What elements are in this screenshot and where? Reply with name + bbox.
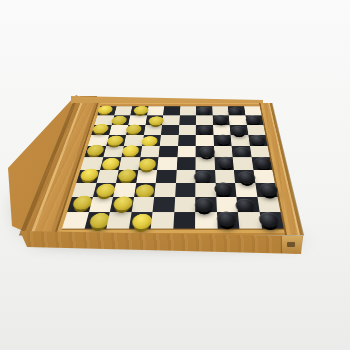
square-r9c4-light [151, 212, 174, 228]
square-r7c9-dark [255, 183, 278, 197]
black-piece-r8c8 [235, 199, 256, 213]
square-r0c2-dark [130, 106, 148, 115]
square-r3c3-dark [142, 135, 161, 146]
square-r9c2-light [106, 212, 131, 228]
black-piece-r3c7 [215, 135, 232, 145]
square-r4c3-light [140, 146, 160, 158]
square-r2c5-light [178, 125, 195, 135]
square-r1c8-light [229, 115, 247, 125]
square-r8c9-light [257, 197, 281, 212]
square-r8c3-light [131, 197, 154, 212]
square-r7c4-light [154, 183, 175, 197]
square-r4c8-dark [232, 146, 252, 158]
yellow-piece-r7c3 [135, 184, 155, 197]
yellow-piece-r6c2 [117, 169, 137, 181]
checkers-board [62, 106, 284, 228]
yellow-piece-r3c3 [141, 136, 158, 146]
square-r6c6-dark [195, 170, 215, 183]
square-r8c5-light [174, 197, 195, 212]
square-r2c7-light [213, 125, 231, 135]
yellow-piece-r2c2 [125, 125, 142, 135]
square-r8c2-dark [110, 197, 134, 212]
square-r0c8-dark [228, 106, 245, 115]
square-r6c2-dark [116, 170, 138, 183]
yellow-piece-r4c0 [86, 145, 105, 156]
square-r4c6-dark [196, 146, 215, 158]
square-r7c2-light [113, 183, 136, 197]
square-r2c3-light [143, 125, 162, 135]
square-r9c3-dark [129, 212, 153, 228]
square-r1c6-light [196, 115, 213, 125]
square-r1c4-light [162, 115, 179, 125]
black-piece-r5c9 [253, 158, 272, 170]
black-piece-r6c6 [194, 170, 212, 182]
square-r4c7-light [214, 146, 233, 158]
square-r2c2-dark [126, 125, 145, 135]
square-r7c6-light [195, 183, 216, 197]
yellow-piece-r5c3 [138, 159, 157, 171]
yellow-piece-r3c1 [106, 136, 124, 146]
square-r6c8-dark [234, 170, 255, 183]
square-r5c6-light [195, 158, 214, 170]
square-r3c7-dark [213, 135, 231, 146]
square-r4c2-dark [121, 146, 141, 158]
square-r7c3-dark [134, 183, 156, 197]
square-r2c8-dark [230, 125, 248, 135]
square-r5c7-dark [214, 158, 234, 170]
square-r2c9-light [247, 125, 266, 135]
black-piece-r2c8 [231, 126, 248, 136]
black-piece-r8c6 [195, 198, 214, 212]
square-r8c6-dark [195, 197, 216, 212]
square-r9c6-light [195, 212, 217, 228]
square-r5c5-dark [176, 158, 195, 170]
yellow-piece-r4c2 [121, 145, 139, 156]
square-r0c6-dark [196, 106, 212, 115]
square-r8c4-dark [152, 197, 174, 212]
square-r9c5-dark [173, 212, 195, 228]
square-r1c3-dark [145, 115, 163, 125]
square-r4c4-dark [158, 146, 177, 158]
square-r3c8-light [231, 135, 250, 146]
yellow-piece-r5c1 [101, 158, 121, 170]
square-r4c9-light [250, 146, 270, 158]
square-r9c7-dark [217, 212, 240, 228]
black-piece-r0c6 [197, 107, 212, 116]
black-piece-r1c9 [245, 115, 261, 124]
yellow-piece-r9c3 [131, 214, 153, 229]
square-r6c3-light [136, 170, 157, 183]
board-perspective-wrap [20, 0, 303, 235]
black-piece-r1c7 [213, 115, 229, 124]
square-r5c3-dark [138, 158, 159, 170]
black-piece-r4c6 [199, 147, 216, 158]
square-r2c4-dark [161, 125, 179, 135]
square-r1c2-light [128, 115, 146, 125]
square-r9c9-dark [259, 212, 284, 228]
yellow-piece-r0c0 [97, 106, 114, 114]
black-piece-r9c7 [216, 211, 237, 226]
square-r3c5-dark [178, 135, 196, 146]
square-r8c7-light [216, 197, 238, 212]
yellow-piece-r2c0 [92, 124, 110, 133]
square-r7c7-dark [215, 183, 236, 197]
square-r7c8-light [235, 183, 257, 197]
product-photo[interactable] [0, 0, 350, 350]
square-r6c5-light [176, 170, 196, 183]
square-r5c2-light [119, 158, 140, 170]
square-r6c4-dark [156, 170, 177, 183]
square-r3c9-dark [248, 135, 268, 146]
black-piece-r2c6 [198, 126, 214, 136]
board-box-top [20, 103, 303, 235]
square-r8c8-dark [236, 197, 259, 212]
square-r1c9-dark [245, 115, 263, 125]
square-r3c4-light [160, 135, 179, 146]
black-piece-r9c9 [258, 212, 280, 227]
square-r2c6-dark [196, 125, 213, 135]
square-r0c5-light [179, 106, 195, 115]
black-piece-r7c7 [214, 182, 233, 195]
square-r6c9-light [253, 170, 275, 183]
square-r4c5-light [177, 146, 196, 158]
square-r0c3-light [147, 106, 164, 115]
square-r0c4-dark [163, 106, 180, 115]
yellow-piece-r1c1 [110, 116, 127, 125]
black-piece-r4c8 [234, 147, 252, 158]
black-piece-r3c9 [249, 135, 267, 145]
square-r1c7-dark [212, 115, 229, 125]
square-r7c5-dark [175, 183, 196, 197]
maker-stamp [287, 242, 295, 247]
square-r5c9-dark [251, 158, 272, 170]
square-r3c6-light [196, 135, 214, 146]
square-r5c8-light [233, 158, 253, 170]
square-r5c4-light [157, 158, 177, 170]
square-r0c9-light [244, 106, 262, 115]
square-r1c5-dark [179, 115, 196, 125]
square-r6c7-light [215, 170, 235, 183]
